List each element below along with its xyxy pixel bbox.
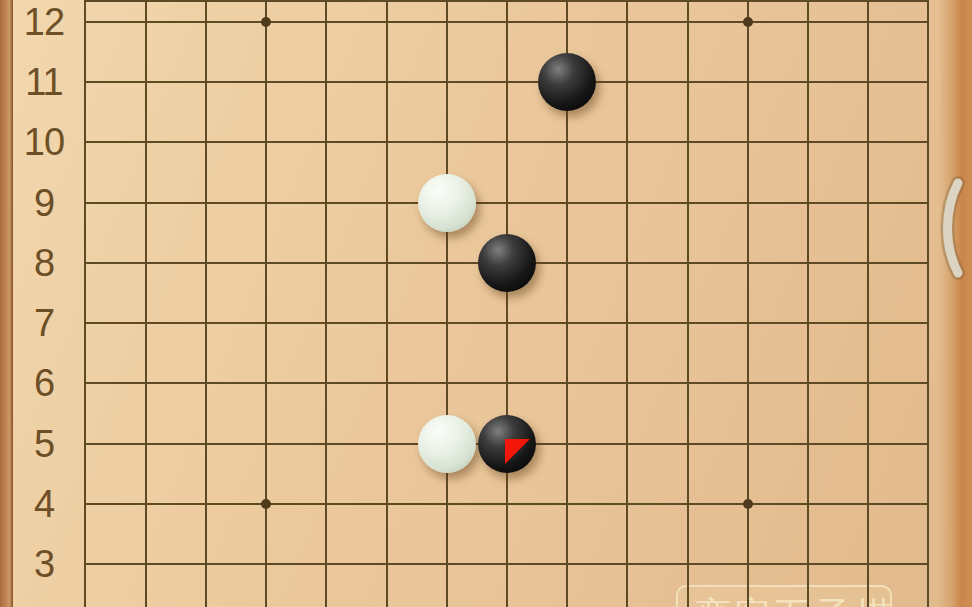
grid-vertical-line [747,0,749,607]
board-left-edge [0,0,13,607]
grid-horizontal-line [84,563,929,565]
grid-horizontal-line [84,382,929,384]
grid-vertical-line [687,0,689,607]
grid-vertical-line [205,0,207,607]
grid-vertical-line [867,0,869,607]
row-label-9: 9 [14,181,74,225]
grid-horizontal-line [84,21,929,23]
grid-horizontal-line [84,322,929,324]
star-point [743,17,753,27]
grid-vertical-line [386,0,388,607]
black-stone [478,415,536,473]
board-right-edge [938,0,972,607]
white-stone [418,415,476,473]
row-label-11: 11 [14,60,74,104]
app-watermark-badge: 弈客五子棋 [676,585,892,607]
black-stone [538,53,596,111]
row-label-7: 7 [14,301,74,345]
row-label-3: 3 [14,542,74,586]
gomoku-board-screen: 1211109876543 弈客五子棋 [0,0,972,607]
row-label-5: 5 [14,422,74,466]
last-move-marker [505,439,530,464]
grid-vertical-line [325,0,327,607]
grid-vertical-line [506,0,508,607]
grid-vertical-line [807,0,809,607]
row-label-10: 10 [14,120,74,164]
row-label-4: 4 [14,482,74,526]
drawer-pull-handle[interactable] [936,172,968,288]
grid-vertical-line [145,0,147,607]
grid-horizontal-line [84,141,929,143]
grid-vertical-line [265,0,267,607]
app-watermark-text: 弈客五子棋 [694,591,890,607]
star-point [743,499,753,509]
row-label-8: 8 [14,241,74,285]
grid-horizontal-line [84,503,929,505]
star-point [261,499,271,509]
grid-horizontal-line [84,81,929,83]
star-point [261,17,271,27]
white-stone [418,174,476,232]
grid-horizontal-line [84,202,929,204]
pull-tab-arc-icon [936,172,968,284]
grid-vertical-line [626,0,628,607]
black-stone [478,234,536,292]
grid-vertical-line [927,0,929,607]
row-label-12: 12 [14,0,74,44]
grid-vertical-line [446,0,448,607]
row-label-6: 6 [14,361,74,405]
grid-horizontal-line-clipped-top [84,0,929,2]
grid-vertical-line [84,0,86,607]
